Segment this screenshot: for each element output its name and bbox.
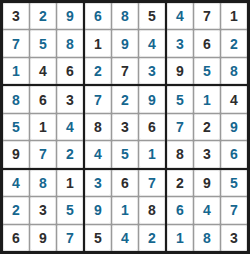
sudoku-cell[interactable]: 4 (30, 58, 56, 84)
sudoku-cell[interactable]: 6 (139, 114, 165, 140)
sudoku-cell[interactable]: 8 (167, 141, 193, 167)
sudoku-cell[interactable]: 1 (3, 58, 29, 84)
sudoku-cell[interactable]: 5 (112, 141, 138, 167)
sudoku-cell[interactable]: 5 (139, 3, 165, 29)
sudoku-cell[interactable]: 2 (194, 114, 220, 140)
sudoku-box: 367918542 (85, 170, 165, 251)
sudoku-cell[interactable]: 7 (221, 197, 247, 223)
sudoku-cell[interactable]: 2 (139, 225, 165, 251)
sudoku-cell[interactable]: 2 (85, 58, 111, 84)
sudoku-cell[interactable]: 9 (57, 3, 83, 29)
sudoku-cell[interactable]: 5 (167, 86, 193, 112)
sudoku-cell[interactable]: 2 (30, 3, 56, 29)
sudoku-cell[interactable]: 9 (30, 225, 56, 251)
sudoku-cell[interactable]: 8 (85, 114, 111, 140)
sudoku-box: 685194273 (85, 3, 165, 84)
sudoku-box: 514729836 (167, 86, 247, 167)
sudoku-cell[interactable]: 4 (139, 30, 165, 56)
sudoku-box: 329758146 (3, 3, 83, 84)
sudoku-cell[interactable]: 4 (167, 3, 193, 29)
sudoku-cell[interactable]: 6 (57, 58, 83, 84)
sudoku-cell[interactable]: 7 (139, 170, 165, 196)
sudoku-cell[interactable]: 9 (221, 114, 247, 140)
sudoku-cell[interactable]: 3 (30, 197, 56, 223)
sudoku-cell[interactable]: 9 (167, 58, 193, 84)
sudoku-cell[interactable]: 4 (57, 114, 83, 140)
sudoku-box: 471362958 (167, 3, 247, 84)
sudoku-cell[interactable]: 9 (3, 141, 29, 167)
sudoku-cell[interactable]: 5 (3, 114, 29, 140)
sudoku-cell[interactable]: 7 (57, 225, 83, 251)
sudoku-cell[interactable]: 3 (85, 170, 111, 196)
sudoku-cell[interactable]: 6 (85, 3, 111, 29)
sudoku-cell[interactable]: 9 (139, 86, 165, 112)
sudoku-cell[interactable]: 3 (221, 225, 247, 251)
sudoku-cell[interactable]: 8 (221, 58, 247, 84)
sudoku-cell[interactable]: 7 (30, 141, 56, 167)
sudoku-cell[interactable]: 8 (3, 86, 29, 112)
sudoku-cell[interactable]: 3 (57, 86, 83, 112)
sudoku-board: 3297581466851942734713629588635149727298… (0, 0, 250, 254)
sudoku-cell[interactable]: 9 (112, 30, 138, 56)
sudoku-cell[interactable]: 2 (167, 170, 193, 196)
sudoku-cell[interactable]: 2 (221, 30, 247, 56)
sudoku-cell[interactable]: 1 (85, 30, 111, 56)
sudoku-cell[interactable]: 1 (139, 141, 165, 167)
sudoku-cell[interactable]: 8 (112, 3, 138, 29)
sudoku-cell[interactable]: 1 (57, 170, 83, 196)
sudoku-cell[interactable]: 5 (221, 170, 247, 196)
sudoku-cell[interactable]: 6 (167, 197, 193, 223)
sudoku-cell[interactable]: 6 (194, 30, 220, 56)
sudoku-cell[interactable]: 9 (85, 197, 111, 223)
sudoku-cell[interactable]: 6 (221, 141, 247, 167)
sudoku-cell[interactable]: 4 (3, 170, 29, 196)
sudoku-cell[interactable]: 3 (3, 3, 29, 29)
sudoku-cell[interactable]: 1 (194, 86, 220, 112)
sudoku-cell[interactable]: 3 (112, 114, 138, 140)
sudoku-cell[interactable]: 2 (3, 197, 29, 223)
sudoku-box: 481235697 (3, 170, 83, 251)
sudoku-cell[interactable]: 3 (167, 30, 193, 56)
sudoku-cell[interactable]: 8 (30, 170, 56, 196)
sudoku-cell[interactable]: 7 (112, 58, 138, 84)
sudoku-cell[interactable]: 8 (57, 30, 83, 56)
sudoku-cell[interactable]: 4 (85, 141, 111, 167)
sudoku-cell[interactable]: 4 (112, 225, 138, 251)
sudoku-cell[interactable]: 6 (3, 225, 29, 251)
sudoku-cell[interactable]: 8 (139, 197, 165, 223)
sudoku-cell[interactable]: 7 (194, 3, 220, 29)
sudoku-cell[interactable]: 7 (85, 86, 111, 112)
sudoku-cell[interactable]: 4 (221, 86, 247, 112)
sudoku-cell[interactable]: 5 (30, 30, 56, 56)
sudoku-box: 295647183 (167, 170, 247, 251)
sudoku-cell[interactable]: 6 (30, 86, 56, 112)
sudoku-cell[interactable]: 5 (194, 58, 220, 84)
sudoku-cell[interactable]: 1 (112, 197, 138, 223)
sudoku-cell[interactable]: 2 (57, 141, 83, 167)
sudoku-cell[interactable]: 1 (221, 3, 247, 29)
sudoku-cell[interactable]: 2 (112, 86, 138, 112)
sudoku-cell[interactable]: 3 (139, 58, 165, 84)
sudoku-cell[interactable]: 4 (194, 197, 220, 223)
sudoku-cell[interactable]: 1 (167, 225, 193, 251)
sudoku-cell[interactable]: 7 (3, 30, 29, 56)
sudoku-cell[interactable]: 7 (167, 114, 193, 140)
sudoku-cell[interactable]: 6 (112, 170, 138, 196)
sudoku-cell[interactable]: 5 (57, 197, 83, 223)
sudoku-box: 863514972 (3, 86, 83, 167)
sudoku-box: 729836451 (85, 86, 165, 167)
sudoku-cell[interactable]: 9 (194, 170, 220, 196)
sudoku-cell[interactable]: 1 (30, 114, 56, 140)
sudoku-cell[interactable]: 8 (194, 225, 220, 251)
sudoku-cell[interactable]: 3 (194, 141, 220, 167)
sudoku-cell[interactable]: 5 (85, 225, 111, 251)
